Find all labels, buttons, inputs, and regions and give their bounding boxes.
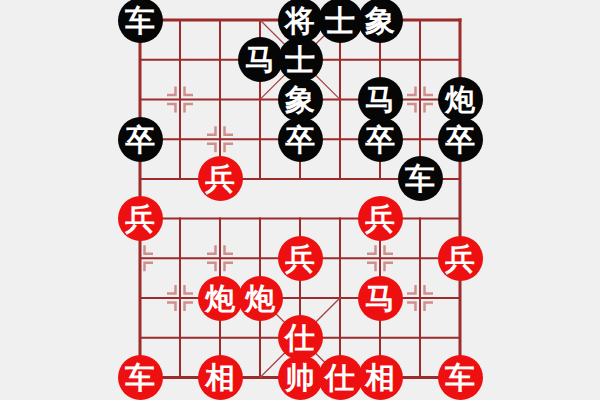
black-chariot[interactable]: 车	[118, 0, 163, 43]
red-soldier[interactable]: 兵	[438, 236, 483, 281]
page-background: 车将士象马士象马炮卒卒卒卒兵车兵兵兵兵炮炮马仕车相帅仕相车	[0, 0, 600, 400]
red-elephant[interactable]: 相	[358, 355, 403, 400]
red-cannon[interactable]: 炮	[238, 276, 283, 321]
red-elephant[interactable]: 相	[198, 355, 243, 400]
red-soldier[interactable]: 兵	[118, 196, 163, 241]
red-soldier[interactable]: 兵	[198, 156, 243, 201]
red-chariot[interactable]: 车	[118, 355, 163, 400]
red-advisor[interactable]: 仕	[318, 355, 363, 400]
red-soldier[interactable]: 兵	[278, 236, 323, 281]
black-elephant[interactable]: 象	[278, 77, 323, 122]
black-soldier[interactable]: 卒	[278, 117, 323, 162]
red-advisor[interactable]: 仕	[278, 315, 323, 360]
red-horse[interactable]: 马	[358, 276, 403, 321]
black-chariot[interactable]: 车	[398, 156, 443, 201]
black-elephant[interactable]: 象	[358, 0, 403, 43]
black-soldier[interactable]: 卒	[438, 117, 483, 162]
red-general[interactable]: 帅	[278, 355, 323, 400]
xiangqi-board[interactable]: 车将士象马士象马炮卒卒卒卒兵车兵兵兵兵炮炮马仕车相帅仕相车	[0, 0, 600, 400]
black-advisor[interactable]: 士	[318, 0, 363, 43]
black-general[interactable]: 将	[278, 0, 323, 43]
red-chariot[interactable]: 车	[438, 355, 483, 400]
red-cannon[interactable]: 炮	[198, 276, 243, 321]
black-advisor[interactable]: 士	[278, 37, 323, 82]
black-horse[interactable]: 马	[358, 77, 403, 122]
red-soldier[interactable]: 兵	[358, 196, 403, 241]
black-soldier[interactable]: 卒	[358, 117, 403, 162]
black-cannon[interactable]: 炮	[438, 77, 483, 122]
black-soldier[interactable]: 卒	[118, 117, 163, 162]
black-horse[interactable]: 马	[238, 37, 283, 82]
